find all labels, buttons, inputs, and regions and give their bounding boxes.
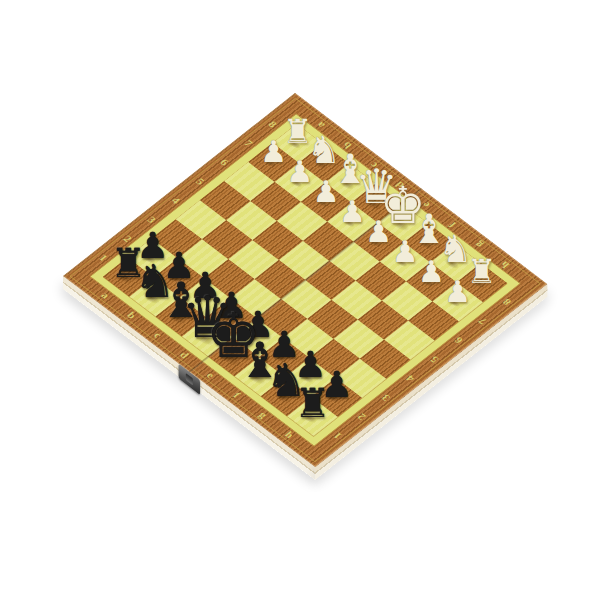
product-photo-scene: abcdefgh abcdefgh 87654321 87654321 ♜♞♝♛… [0,0,600,600]
piece-black-rook-h1: ♜ [294,383,330,423]
pieces: ♜♞♝♛♚♝♞♜♟♟♟♟♟♟♟♟♟♟♟♟♟♟♟♟♜♞♝♛♚♝♞♜ [103,124,507,436]
piece-white-pawn-c7: ♟ [313,177,340,207]
piece-white-rook-h8: ♜ [467,255,497,288]
piece-white-pawn-f7: ♟ [392,237,419,267]
clasp-knob [186,373,193,385]
piece-white-pawn-a7: ♟ [260,137,287,167]
piece-white-pawn-h7: ♟ [444,277,471,307]
piece-white-pawn-e7: ♟ [365,217,392,247]
piece-white-pawn-b7: ♟ [286,157,313,187]
piece-white-pawn-g7: ♟ [418,257,445,287]
chess-board: abcdefgh abcdefgh 87654321 87654321 ♜♞♝♛… [63,93,547,467]
piece-white-pawn-d7: ♟ [339,197,366,227]
